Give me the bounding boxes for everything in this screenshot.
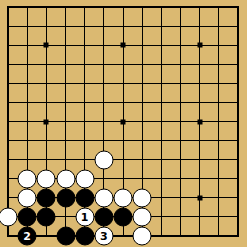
- white-stone: [0, 207, 18, 226]
- star-point: [197, 195, 202, 200]
- grid-line-vertical: [237, 6, 239, 237]
- white-stone: [94, 188, 113, 207]
- move-number-label: 3: [100, 231, 108, 242]
- grid-line-horizontal: [7, 140, 239, 141]
- star-point: [44, 119, 49, 124]
- white-stone: [18, 188, 37, 207]
- white-stone: 1: [75, 207, 94, 226]
- star-point: [197, 43, 202, 48]
- black-stone: [18, 207, 37, 226]
- move-number-label: 1: [81, 211, 89, 222]
- white-stone: [37, 169, 56, 188]
- star-point: [121, 119, 126, 124]
- black-stone: [37, 207, 56, 226]
- grid-line-vertical: [161, 6, 162, 237]
- black-stone: [75, 188, 94, 207]
- white-stone: [56, 169, 75, 188]
- white-stone: 3: [94, 227, 113, 246]
- black-stone: [75, 227, 94, 246]
- white-stone: [133, 207, 152, 226]
- go-board: 123: [0, 0, 247, 247]
- grid-line-vertical: [180, 6, 181, 237]
- grid-line-vertical: [218, 6, 219, 237]
- white-stone: [114, 188, 133, 207]
- black-stone: [114, 207, 133, 226]
- star-point: [197, 119, 202, 124]
- black-stone: [56, 227, 75, 246]
- move-number-label: 2: [23, 231, 31, 242]
- black-stone: 2: [18, 227, 37, 246]
- white-stone: [18, 169, 37, 188]
- grid-line-horizontal: [7, 235, 239, 237]
- white-stone: [133, 188, 152, 207]
- grid-line-horizontal: [7, 159, 239, 160]
- white-stone: [94, 150, 113, 169]
- black-stone: [94, 207, 113, 226]
- star-point: [121, 43, 126, 48]
- black-stone: [37, 188, 56, 207]
- white-stone: [133, 227, 152, 246]
- star-point: [44, 43, 49, 48]
- black-stone: [56, 188, 75, 207]
- white-stone: [75, 169, 94, 188]
